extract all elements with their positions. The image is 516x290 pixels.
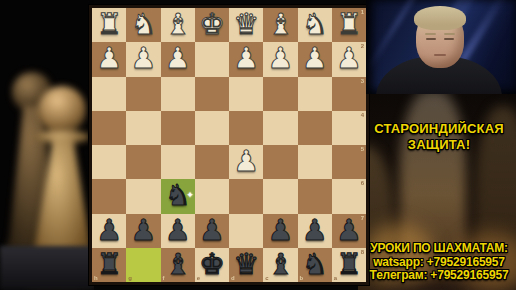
piece-white-bishop: ♝ xyxy=(161,8,195,42)
square-d7[interactable] xyxy=(229,214,263,248)
piece-black-pawn: ♟ xyxy=(298,214,332,248)
square-d2[interactable]: ♟ xyxy=(229,42,263,76)
coord-file-label: b xyxy=(300,275,304,281)
coord-rank-label: 7 xyxy=(361,215,364,221)
background-left-photo xyxy=(0,0,94,290)
streamer-eyebrow xyxy=(425,33,436,35)
coord-file-label: e xyxy=(197,275,200,281)
opening-title-line2: ЗАЩИТА! xyxy=(362,137,516,153)
piece-black-pawn: ♟ xyxy=(263,214,297,248)
coord-file-label: a xyxy=(334,275,337,281)
piece-black-bishop: ♝ xyxy=(161,248,195,282)
square-b1[interactable]: ♞ xyxy=(298,8,332,42)
promo-lessons-line: УРОКИ ПО ШАХМАТАМ: xyxy=(362,242,516,256)
square-e3[interactable] xyxy=(195,77,229,111)
square-b3[interactable] xyxy=(298,77,332,111)
square-g6[interactable] xyxy=(126,179,160,213)
square-b6[interactable] xyxy=(298,179,332,213)
table-surface xyxy=(0,246,94,290)
opening-title: СТАРОИНДИЙСКАЯ ЗАЩИТА! xyxy=(362,121,516,153)
square-b8[interactable]: b♞ xyxy=(298,248,332,282)
square-a8[interactable]: 8a♜ xyxy=(332,248,366,282)
promo-whatsapp-line: watsapp: +79529165957 xyxy=(362,256,516,270)
square-a3[interactable]: 3 xyxy=(332,77,366,111)
square-a6[interactable]: 6 xyxy=(332,179,366,213)
square-a5[interactable]: 5 xyxy=(332,145,366,179)
square-c6[interactable] xyxy=(263,179,297,213)
square-c1[interactable]: ♝ xyxy=(263,8,297,42)
square-c2[interactable]: ♟ xyxy=(263,42,297,76)
streamer-mouth xyxy=(434,54,446,56)
piece-white-knight: ♞ xyxy=(126,8,160,42)
chess-board: ♜♞♝♚♛♝♞1♜♟♟♟♟♟♟2♟34♟5♞✦6♟♟♟♟♟♟7♟h♜gf♝e♚d… xyxy=(92,8,366,282)
piece-white-pawn: ♟ xyxy=(92,42,126,76)
square-h5[interactable] xyxy=(92,145,126,179)
square-h8[interactable]: h♜ xyxy=(92,248,126,282)
square-h3[interactable] xyxy=(92,77,126,111)
square-d5[interactable]: ♟ xyxy=(229,145,263,179)
square-f7[interactable]: ♟ xyxy=(161,214,195,248)
square-h2[interactable]: ♟ xyxy=(92,42,126,76)
square-e2[interactable] xyxy=(195,42,229,76)
square-g7[interactable]: ♟ xyxy=(126,214,160,248)
piece-black-pawn: ♟ xyxy=(126,214,160,248)
square-d1[interactable]: ♛ xyxy=(229,8,263,42)
square-f4[interactable] xyxy=(161,111,195,145)
streamer-eye xyxy=(444,38,454,40)
square-b4[interactable] xyxy=(298,111,332,145)
coord-file-label: c xyxy=(265,275,268,281)
promo-block: УРОКИ ПО ШАХМАТАМ: watsapp: +79529165957… xyxy=(362,242,516,283)
piece-black-pawn: ♟ xyxy=(161,214,195,248)
stream-thumbnail: ♜♞♝♚♛♝♞1♜♟♟♟♟♟♟2♟34♟5♞✦6♟♟♟♟♟♟7♟h♜gf♝e♚d… xyxy=(0,0,516,290)
square-b5[interactable] xyxy=(298,145,332,179)
square-g3[interactable] xyxy=(126,77,160,111)
square-h7[interactable]: ♟ xyxy=(92,214,126,248)
square-a7[interactable]: 7♟ xyxy=(332,214,366,248)
square-c4[interactable] xyxy=(263,111,297,145)
square-e4[interactable] xyxy=(195,111,229,145)
square-e5[interactable] xyxy=(195,145,229,179)
square-b7[interactable]: ♟ xyxy=(298,214,332,248)
webcam-feed xyxy=(366,0,516,94)
piece-white-pawn: ♟ xyxy=(298,42,332,76)
coord-file-label: g xyxy=(128,275,132,281)
piece-black-pawn: ♟ xyxy=(195,214,229,248)
coord-rank-label: 1 xyxy=(361,9,364,15)
last-move-sparkle-icon: ✦ xyxy=(186,190,194,200)
piece-white-queen: ♛ xyxy=(229,8,263,42)
piece-white-pawn: ♟ xyxy=(229,145,263,179)
square-f6[interactable]: ♞✦ xyxy=(161,179,195,213)
coord-rank-label: 2 xyxy=(361,43,364,49)
piece-black-pawn: ♟ xyxy=(92,214,126,248)
piece-white-rook: ♜ xyxy=(92,8,126,42)
square-g8[interactable]: g xyxy=(126,248,160,282)
square-a4[interactable]: 4 xyxy=(332,111,366,145)
square-f3[interactable] xyxy=(161,77,195,111)
square-h1[interactable]: ♜ xyxy=(92,8,126,42)
square-c3[interactable] xyxy=(263,77,297,111)
coord-rank-label: 6 xyxy=(361,180,364,186)
square-e7[interactable]: ♟ xyxy=(195,214,229,248)
coord-file-label: f xyxy=(163,275,165,281)
opening-title-line1: СТАРОИНДИЙСКАЯ xyxy=(362,121,516,137)
square-c5[interactable] xyxy=(263,145,297,179)
square-f2[interactable]: ♟ xyxy=(161,42,195,76)
piece-white-king: ♚ xyxy=(195,8,229,42)
coord-rank-label: 4 xyxy=(361,112,364,118)
square-d3[interactable] xyxy=(229,77,263,111)
square-f8[interactable]: f♝ xyxy=(161,248,195,282)
square-c7[interactable]: ♟ xyxy=(263,214,297,248)
square-h6[interactable] xyxy=(92,179,126,213)
square-d8[interactable]: d♛ xyxy=(229,248,263,282)
coord-file-label: h xyxy=(94,275,98,281)
square-f1[interactable]: ♝ xyxy=(161,8,195,42)
coord-file-label: d xyxy=(231,275,235,281)
piece-white-knight: ♞ xyxy=(298,8,332,42)
square-e1[interactable]: ♚ xyxy=(195,8,229,42)
square-d4[interactable] xyxy=(229,111,263,145)
streamer-eyebrow xyxy=(444,33,455,35)
streamer-eye xyxy=(426,38,436,40)
piece-white-pawn: ♟ xyxy=(229,42,263,76)
promo-telegram-line: Телеграм: +79529165957 xyxy=(362,269,516,283)
piece-white-pawn: ♟ xyxy=(161,42,195,76)
square-d6[interactable] xyxy=(229,179,263,213)
square-a1[interactable]: 1♜ xyxy=(332,8,366,42)
square-a2[interactable]: 2♟ xyxy=(332,42,366,76)
piece-white-pawn: ♟ xyxy=(263,42,297,76)
square-c8[interactable]: c♝ xyxy=(263,248,297,282)
square-g5[interactable] xyxy=(126,145,160,179)
square-g4[interactable] xyxy=(126,111,160,145)
square-e6[interactable] xyxy=(195,179,229,213)
streamer-hair xyxy=(414,6,466,30)
square-f5[interactable] xyxy=(161,145,195,179)
square-g2[interactable]: ♟ xyxy=(126,42,160,76)
square-g1[interactable]: ♞ xyxy=(126,8,160,42)
piece-white-pawn: ♟ xyxy=(126,42,160,76)
piece-white-bishop: ♝ xyxy=(263,8,297,42)
square-b2[interactable]: ♟ xyxy=(298,42,332,76)
coord-rank-label: 3 xyxy=(361,78,364,84)
square-h4[interactable] xyxy=(92,111,126,145)
square-e8[interactable]: e♚ xyxy=(195,248,229,282)
chess-board-frame: ♜♞♝♚♛♝♞1♜♟♟♟♟♟♟2♟34♟5♞✦6♟♟♟♟♟♟7♟h♜gf♝e♚d… xyxy=(89,5,369,285)
